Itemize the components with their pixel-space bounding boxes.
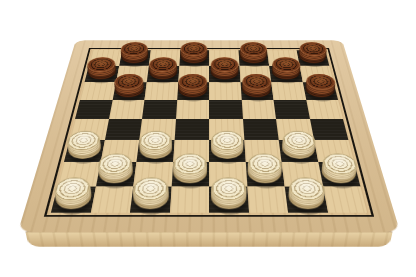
dark-piece-top <box>180 42 207 56</box>
square-e6[interactable] <box>209 82 241 100</box>
square-h4[interactable] <box>310 119 349 140</box>
square-g1[interactable] <box>285 186 328 212</box>
board-frame <box>18 40 400 232</box>
dark-piece[interactable] <box>121 51 150 65</box>
square-c5[interactable] <box>142 100 177 119</box>
square-c1[interactable] <box>130 186 171 212</box>
checkers-board <box>18 40 400 232</box>
dark-piece[interactable] <box>114 83 145 99</box>
square-f1[interactable] <box>247 186 288 212</box>
square-d1[interactable] <box>169 186 209 212</box>
light-piece[interactable] <box>320 163 358 185</box>
dark-piece[interactable] <box>304 83 336 99</box>
dark-piece[interactable] <box>240 51 268 65</box>
light-piece[interactable] <box>211 188 246 212</box>
square-a7[interactable] <box>85 66 119 83</box>
dark-piece[interactable] <box>181 51 208 65</box>
light-piece[interactable] <box>66 141 102 161</box>
dark-piece-top <box>240 42 268 56</box>
square-g6[interactable] <box>271 82 306 100</box>
dark-piece[interactable] <box>271 66 301 81</box>
dark-piece[interactable] <box>211 66 239 81</box>
light-piece[interactable] <box>139 141 173 161</box>
dark-piece-top <box>211 57 239 72</box>
photo-stage <box>0 0 416 277</box>
dark-piece[interactable] <box>86 66 117 81</box>
light-piece-top <box>211 131 244 151</box>
light-piece[interactable] <box>98 163 135 185</box>
dark-piece-top <box>242 74 272 90</box>
square-g7[interactable] <box>269 66 302 83</box>
square-a6[interactable] <box>80 82 116 100</box>
square-b2[interactable] <box>95 162 136 186</box>
square-a3[interactable] <box>64 140 105 162</box>
board-grid <box>51 50 367 212</box>
dark-piece-top <box>178 74 207 90</box>
square-f8[interactable] <box>238 50 269 65</box>
light-piece-top <box>173 153 207 175</box>
square-e3[interactable] <box>209 140 245 162</box>
square-b5[interactable] <box>109 100 145 119</box>
square-h6[interactable] <box>302 82 338 100</box>
square-c3[interactable] <box>136 140 174 162</box>
square-f2[interactable] <box>245 162 284 186</box>
square-d5[interactable] <box>176 100 210 119</box>
square-b6[interactable] <box>112 82 147 100</box>
square-a5[interactable] <box>75 100 112 119</box>
square-d2[interactable] <box>171 162 209 186</box>
square-e7[interactable] <box>209 66 240 83</box>
square-h8[interactable] <box>296 50 329 65</box>
board-front-edge <box>25 231 392 246</box>
square-f5[interactable] <box>241 100 276 119</box>
light-piece[interactable] <box>173 163 207 185</box>
dark-piece[interactable] <box>298 51 328 65</box>
square-d4[interactable] <box>174 119 209 140</box>
square-f4[interactable] <box>243 119 279 140</box>
light-piece[interactable] <box>211 141 243 161</box>
square-d6[interactable] <box>177 82 209 100</box>
light-piece[interactable] <box>132 188 169 212</box>
light-piece[interactable] <box>247 163 282 185</box>
square-b1[interactable] <box>90 186 133 212</box>
light-piece[interactable] <box>281 141 316 161</box>
square-c7[interactable] <box>147 66 179 83</box>
light-piece-top <box>248 153 284 175</box>
dark-piece[interactable] <box>242 83 272 99</box>
square-g3[interactable] <box>279 140 318 162</box>
square-b4[interactable] <box>105 119 142 140</box>
square-b8[interactable] <box>119 50 151 65</box>
dark-piece[interactable] <box>178 83 207 99</box>
square-h1[interactable] <box>323 186 368 212</box>
square-h2[interactable] <box>318 162 361 186</box>
playfield-outline <box>44 48 374 217</box>
square-f6[interactable] <box>240 82 273 100</box>
square-d8[interactable] <box>179 50 209 65</box>
light-piece[interactable] <box>287 188 325 212</box>
square-h5[interactable] <box>306 100 343 119</box>
square-g5[interactable] <box>274 100 310 119</box>
square-c6[interactable] <box>144 82 177 100</box>
square-e5[interactable] <box>209 100 243 119</box>
square-e1[interactable] <box>209 186 249 212</box>
dark-piece[interactable] <box>148 66 177 81</box>
light-piece[interactable] <box>53 188 93 212</box>
square-a1[interactable] <box>51 186 96 212</box>
